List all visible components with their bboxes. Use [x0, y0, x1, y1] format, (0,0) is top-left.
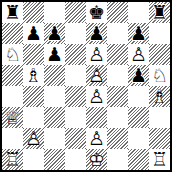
- square-e6[interactable]: ♟♙: [86, 44, 107, 65]
- square-e3[interactable]: [86, 107, 107, 128]
- black-rook-piece: ♜: [149, 2, 170, 23]
- square-b2[interactable]: ♟♙: [23, 128, 44, 149]
- square-b5[interactable]: ♝♗: [23, 65, 44, 86]
- square-b7[interactable]: ♟: [23, 23, 44, 44]
- square-h3[interactable]: [149, 107, 170, 128]
- square-d2[interactable]: [65, 128, 86, 149]
- chess-board-frame: ♜♚♜♟♟♟♟♞♘♟♟♙♟♙♝♗♟♙♟♞♘♟♙♝♗♛♕♟♙♟♙♜♖♚♔♜♖: [0, 0, 172, 172]
- white-rook-piece: ♖: [149, 149, 170, 170]
- square-d1[interactable]: [65, 149, 86, 170]
- square-c7[interactable]: ♟: [44, 23, 65, 44]
- square-h6[interactable]: [149, 44, 170, 65]
- square-d5[interactable]: [65, 65, 86, 86]
- black-rook-piece: ♜: [2, 2, 23, 23]
- square-a7[interactable]: [2, 23, 23, 44]
- square-h4[interactable]: ♝♗: [149, 86, 170, 107]
- square-h2[interactable]: [149, 128, 170, 149]
- white-bishop-piece: ♗: [149, 86, 170, 107]
- square-a8[interactable]: ♜: [2, 2, 23, 23]
- square-a4[interactable]: [2, 86, 23, 107]
- square-g6[interactable]: ♟♙: [128, 44, 149, 65]
- square-b8[interactable]: [23, 2, 44, 23]
- square-c5[interactable]: [44, 65, 65, 86]
- square-c2[interactable]: [44, 128, 65, 149]
- square-f3[interactable]: [107, 107, 128, 128]
- square-g8[interactable]: [128, 2, 149, 23]
- square-h1[interactable]: ♜♖: [149, 149, 170, 170]
- square-g1[interactable]: [128, 149, 149, 170]
- white-rook-piece: ♖: [2, 149, 23, 170]
- white-bishop-piece: ♗: [23, 65, 44, 86]
- square-f4[interactable]: [107, 86, 128, 107]
- square-f8[interactable]: [107, 2, 128, 23]
- square-d4[interactable]: [65, 86, 86, 107]
- square-b3[interactable]: [23, 107, 44, 128]
- square-a6[interactable]: ♞♘: [2, 44, 23, 65]
- square-a5[interactable]: [2, 65, 23, 86]
- square-c8[interactable]: [44, 2, 65, 23]
- square-c1[interactable]: [44, 149, 65, 170]
- square-f6[interactable]: [107, 44, 128, 65]
- square-e1[interactable]: ♚♔: [86, 149, 107, 170]
- square-g2[interactable]: [128, 128, 149, 149]
- square-a1[interactable]: ♜♖: [2, 149, 23, 170]
- square-e4[interactable]: ♟♙: [86, 86, 107, 107]
- square-c3[interactable]: [44, 107, 65, 128]
- white-knight-piece: ♘: [149, 65, 170, 86]
- square-a3[interactable]: ♛♕: [2, 107, 23, 128]
- white-pawn-piece: ♙: [86, 128, 107, 149]
- square-b4[interactable]: [23, 86, 44, 107]
- black-pawn-piece: ♟: [44, 44, 65, 65]
- chess-board: ♜♚♜♟♟♟♟♞♘♟♟♙♟♙♝♗♟♙♟♞♘♟♙♝♗♛♕♟♙♟♙♜♖♚♔♜♖: [2, 2, 170, 170]
- black-king-piece: ♚: [86, 2, 107, 23]
- square-g3[interactable]: [128, 107, 149, 128]
- square-g7[interactable]: ♟: [128, 23, 149, 44]
- black-pawn-piece: ♟: [44, 23, 65, 44]
- square-d7[interactable]: [65, 23, 86, 44]
- square-h8[interactable]: ♜: [149, 2, 170, 23]
- square-f7[interactable]: [107, 23, 128, 44]
- square-d3[interactable]: [65, 107, 86, 128]
- square-e7[interactable]: ♟: [86, 23, 107, 44]
- square-f2[interactable]: [107, 128, 128, 149]
- white-king-piece: ♔: [86, 149, 107, 170]
- black-pawn-piece: ♟: [86, 23, 107, 44]
- black-pawn-piece: ♟: [128, 65, 149, 86]
- black-pawn-piece: ♟: [128, 23, 149, 44]
- square-e8[interactable]: ♚: [86, 2, 107, 23]
- black-pawn-piece: ♟: [23, 23, 44, 44]
- square-b1[interactable]: [23, 149, 44, 170]
- square-a2[interactable]: [2, 128, 23, 149]
- white-knight-piece: ♘: [2, 44, 23, 65]
- square-c6[interactable]: ♟: [44, 44, 65, 65]
- square-e2[interactable]: ♟♙: [86, 128, 107, 149]
- square-g4[interactable]: [128, 86, 149, 107]
- square-f1[interactable]: [107, 149, 128, 170]
- square-e5[interactable]: ♟♙: [86, 65, 107, 86]
- square-d8[interactable]: [65, 2, 86, 23]
- white-pawn-piece: ♙: [128, 44, 149, 65]
- square-c4[interactable]: [44, 86, 65, 107]
- white-pawn-piece: ♙: [23, 128, 44, 149]
- square-h5[interactable]: ♞♘: [149, 65, 170, 86]
- white-pawn-piece: ♙: [86, 65, 107, 86]
- square-h7[interactable]: [149, 23, 170, 44]
- white-pawn-piece: ♙: [86, 86, 107, 107]
- white-pawn-piece: ♙: [86, 44, 107, 65]
- white-queen-piece: ♕: [2, 107, 23, 128]
- square-f5[interactable]: [107, 65, 128, 86]
- square-g5[interactable]: ♟: [128, 65, 149, 86]
- square-d6[interactable]: [65, 44, 86, 65]
- square-b6[interactable]: [23, 44, 44, 65]
